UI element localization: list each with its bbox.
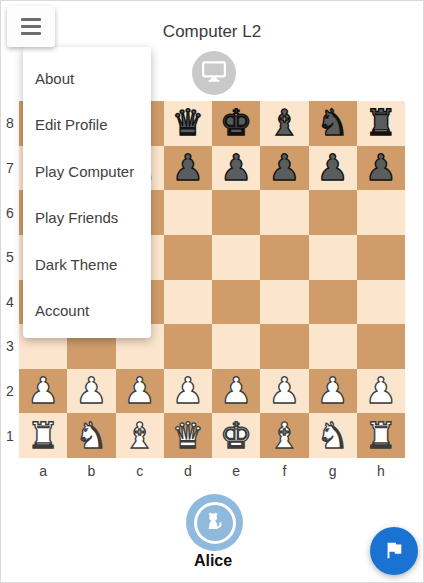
black-pawn[interactable]: ♟ xyxy=(268,150,300,186)
square-h6[interactable] xyxy=(357,190,405,235)
rank-label: 1 xyxy=(1,413,19,458)
cat-icon xyxy=(204,510,226,536)
square-f5[interactable] xyxy=(260,235,308,280)
black-king[interactable]: ♚ xyxy=(220,105,252,141)
square-h3[interactable] xyxy=(357,324,405,369)
square-e2[interactable]: ♟ xyxy=(212,369,260,414)
black-knight[interactable]: ♞ xyxy=(316,105,348,141)
menu-item-edit-profile[interactable]: Edit Profile xyxy=(23,102,151,149)
black-bishop[interactable]: ♝ xyxy=(268,105,300,141)
black-queen[interactable]: ♛ xyxy=(172,105,204,141)
file-label: a xyxy=(19,460,67,482)
square-f6[interactable] xyxy=(260,190,308,235)
square-g4[interactable] xyxy=(309,280,357,325)
menu-item-account[interactable]: Account xyxy=(23,288,151,335)
square-d6[interactable] xyxy=(164,190,212,235)
hamburger-menu-button[interactable] xyxy=(7,6,55,47)
menu-item-play-friends[interactable]: Play Friends xyxy=(23,195,151,242)
chess-app: Computer L2 8 7 6 5 4 3 2 1 ♜♞♝♛♚♝♞♜♟♟♟♟… xyxy=(0,0,424,583)
square-h4[interactable] xyxy=(357,280,405,325)
black-pawn[interactable]: ♟ xyxy=(172,150,204,186)
file-label: d xyxy=(164,460,212,482)
white-pawn[interactable]: ♟ xyxy=(365,373,397,409)
menu-item-play-computer[interactable]: Play Computer xyxy=(23,148,151,195)
square-f2[interactable]: ♟ xyxy=(260,369,308,414)
square-e5[interactable] xyxy=(212,235,260,280)
square-d4[interactable] xyxy=(164,280,212,325)
square-g7[interactable]: ♟ xyxy=(309,146,357,191)
square-e4[interactable] xyxy=(212,280,260,325)
square-g5[interactable] xyxy=(309,235,357,280)
menu-item-about[interactable]: About xyxy=(23,55,151,102)
white-pawn[interactable]: ♟ xyxy=(123,373,155,409)
square-c2[interactable]: ♟ xyxy=(116,369,164,414)
white-pawn[interactable]: ♟ xyxy=(75,373,107,409)
rank-label: 6 xyxy=(1,190,19,235)
rank-labels: 8 7 6 5 4 3 2 1 xyxy=(1,101,19,458)
black-rook[interactable]: ♜ xyxy=(365,105,397,141)
square-e7[interactable]: ♟ xyxy=(212,146,260,191)
computer-monitor-icon xyxy=(201,58,227,88)
page-title: Computer L2 xyxy=(1,22,423,42)
white-pawn[interactable]: ♟ xyxy=(172,373,204,409)
square-d7[interactable]: ♟ xyxy=(164,146,212,191)
black-pawn[interactable]: ♟ xyxy=(365,150,397,186)
white-pawn[interactable]: ♟ xyxy=(220,373,252,409)
square-g1[interactable]: ♞ xyxy=(309,413,357,458)
square-f7[interactable]: ♟ xyxy=(260,146,308,191)
white-rook[interactable]: ♜ xyxy=(27,418,59,454)
player-avatar xyxy=(186,494,243,551)
white-king[interactable]: ♚ xyxy=(220,418,252,454)
square-f8[interactable]: ♝ xyxy=(260,101,308,146)
square-h2[interactable]: ♟ xyxy=(357,369,405,414)
file-label: h xyxy=(357,460,405,482)
square-f1[interactable]: ♝ xyxy=(260,413,308,458)
file-labels: a b c d e f g h xyxy=(19,460,405,482)
white-bishop[interactable]: ♝ xyxy=(123,418,155,454)
rank-label: 7 xyxy=(1,146,19,191)
file-label: g xyxy=(309,460,357,482)
white-rook[interactable]: ♜ xyxy=(365,418,397,454)
rank-label: 5 xyxy=(1,235,19,280)
menu-item-dark-theme[interactable]: Dark Theme xyxy=(23,241,151,288)
black-pawn[interactable]: ♟ xyxy=(220,150,252,186)
square-e6[interactable] xyxy=(212,190,260,235)
square-g8[interactable]: ♞ xyxy=(309,101,357,146)
square-a2[interactable]: ♟ xyxy=(19,369,67,414)
white-pawn[interactable]: ♟ xyxy=(27,373,59,409)
square-h7[interactable]: ♟ xyxy=(357,146,405,191)
square-h8[interactable]: ♜ xyxy=(357,101,405,146)
rank-label: 3 xyxy=(1,324,19,369)
flag-icon xyxy=(383,539,405,564)
file-label: b xyxy=(67,460,115,482)
file-label: c xyxy=(116,460,164,482)
square-d1[interactable]: ♛ xyxy=(164,413,212,458)
file-label: e xyxy=(212,460,260,482)
square-g6[interactable] xyxy=(309,190,357,235)
hamburger-icon xyxy=(21,18,41,21)
white-queen[interactable]: ♛ xyxy=(172,418,204,454)
square-g2[interactable]: ♟ xyxy=(309,369,357,414)
white-pawn[interactable]: ♟ xyxy=(268,373,300,409)
player-name: Alice xyxy=(1,552,424,570)
rank-label: 8 xyxy=(1,101,19,146)
square-c1[interactable]: ♝ xyxy=(116,413,164,458)
square-b1[interactable]: ♞ xyxy=(67,413,115,458)
white-bishop[interactable]: ♝ xyxy=(268,418,300,454)
square-g3[interactable] xyxy=(309,324,357,369)
square-d2[interactable]: ♟ xyxy=(164,369,212,414)
square-h5[interactable] xyxy=(357,235,405,280)
resign-flag-button[interactable] xyxy=(370,527,418,575)
square-a1[interactable]: ♜ xyxy=(19,413,67,458)
opponent-avatar xyxy=(192,51,236,95)
square-e1[interactable]: ♚ xyxy=(212,413,260,458)
square-f3[interactable] xyxy=(260,324,308,369)
white-knight[interactable]: ♞ xyxy=(316,418,348,454)
square-e3[interactable] xyxy=(212,324,260,369)
file-label: f xyxy=(260,460,308,482)
square-b2[interactable]: ♟ xyxy=(67,369,115,414)
white-pawn[interactable]: ♟ xyxy=(316,373,348,409)
square-d8[interactable]: ♛ xyxy=(164,101,212,146)
square-h1[interactable]: ♜ xyxy=(357,413,405,458)
rank-label: 4 xyxy=(1,280,19,325)
rank-label: 2 xyxy=(1,369,19,414)
dropdown-menu: About Edit Profile Play Computer Play Fr… xyxy=(23,47,151,338)
black-pawn[interactable]: ♟ xyxy=(316,150,348,186)
square-f4[interactable] xyxy=(260,280,308,325)
square-d3[interactable] xyxy=(164,324,212,369)
square-e8[interactable]: ♚ xyxy=(212,101,260,146)
avatar-ring xyxy=(194,502,236,544)
square-d5[interactable] xyxy=(164,235,212,280)
white-knight[interactable]: ♞ xyxy=(75,418,107,454)
